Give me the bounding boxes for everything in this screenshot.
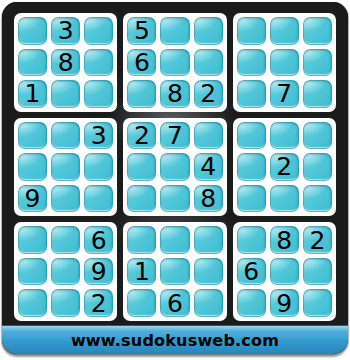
cell-r4c7[interactable] <box>237 122 266 150</box>
cell-r5c6[interactable]: 4 <box>194 153 223 181</box>
cell-r2c1[interactable] <box>18 49 47 77</box>
cell-r4c1[interactable] <box>18 122 47 150</box>
cell-r3c2[interactable] <box>51 80 80 108</box>
cell-r4c5[interactable]: 7 <box>160 122 189 150</box>
cell-r4c4[interactable]: 2 <box>127 122 156 150</box>
cell-r9c2[interactable] <box>51 289 80 317</box>
cell-r3c6[interactable]: 2 <box>194 80 223 108</box>
cell-r1c6[interactable] <box>194 17 223 45</box>
cell-r7c4[interactable] <box>127 226 156 254</box>
cell-r6c7[interactable] <box>237 185 266 213</box>
cell-r5c8[interactable]: 2 <box>270 153 299 181</box>
cell-r1c5[interactable] <box>160 17 189 45</box>
cell-r1c7[interactable] <box>237 17 266 45</box>
cell-r5c2[interactable] <box>51 153 80 181</box>
box-1-2: 5682 <box>123 13 226 112</box>
cell-r8c3[interactable]: 9 <box>84 258 113 286</box>
cell-r2c8[interactable] <box>270 49 299 77</box>
cell-r9c3[interactable]: 2 <box>84 289 113 317</box>
box-2-3: 2 <box>233 118 336 217</box>
cell-r1c3[interactable] <box>84 17 113 45</box>
cell-r3c7[interactable] <box>237 80 266 108</box>
cell-r2c2[interactable]: 8 <box>51 49 80 77</box>
cell-r3c1[interactable]: 1 <box>18 80 47 108</box>
site-url: www.sudokusweb.com <box>71 331 279 350</box>
cell-r4c2[interactable] <box>51 122 80 150</box>
cell-r2c3[interactable] <box>84 49 113 77</box>
cell-r2c6[interactable] <box>194 49 223 77</box>
cell-r3c5[interactable]: 8 <box>160 80 189 108</box>
footer-bar: www.sudokusweb.com <box>2 325 348 354</box>
cell-r7c8[interactable]: 8 <box>270 226 299 254</box>
cell-r4c9[interactable] <box>303 122 332 150</box>
cell-r6c4[interactable] <box>127 185 156 213</box>
cell-r6c6[interactable]: 8 <box>194 185 223 213</box>
cell-r8c1[interactable] <box>18 258 47 286</box>
cell-r8c9[interactable] <box>303 258 332 286</box>
cell-r3c9[interactable] <box>303 80 332 108</box>
cell-r1c9[interactable] <box>303 17 332 45</box>
cell-r9c4[interactable] <box>127 289 156 317</box>
cell-r2c9[interactable] <box>303 49 332 77</box>
cell-r7c2[interactable] <box>51 226 80 254</box>
cell-r1c8[interactable] <box>270 17 299 45</box>
cell-r8c8[interactable] <box>270 258 299 286</box>
cell-r7c9[interactable]: 2 <box>303 226 332 254</box>
cell-r8c5[interactable] <box>160 258 189 286</box>
cell-r5c3[interactable] <box>84 153 113 181</box>
cell-r7c3[interactable]: 6 <box>84 226 113 254</box>
cell-r4c8[interactable] <box>270 122 299 150</box>
cell-r3c8[interactable]: 7 <box>270 80 299 108</box>
cell-r9c1[interactable] <box>18 289 47 317</box>
cell-r5c5[interactable] <box>160 153 189 181</box>
box-1-3: 7 <box>233 13 336 112</box>
sudoku-board: 381568273927482692168269 <box>2 2 348 325</box>
cell-r5c4[interactable] <box>127 153 156 181</box>
cell-r9c9[interactable] <box>303 289 332 317</box>
cell-r4c3[interactable]: 3 <box>84 122 113 150</box>
cell-r2c4[interactable]: 6 <box>127 49 156 77</box>
cell-r7c5[interactable] <box>160 226 189 254</box>
cell-r1c1[interactable] <box>18 17 47 45</box>
cell-r6c1[interactable]: 9 <box>18 185 47 213</box>
cell-r6c5[interactable] <box>160 185 189 213</box>
cell-r5c9[interactable] <box>303 153 332 181</box>
cell-r4c6[interactable] <box>194 122 223 150</box>
cell-r8c6[interactable] <box>194 258 223 286</box>
cell-r1c4[interactable]: 5 <box>127 17 156 45</box>
cell-r2c7[interactable] <box>237 49 266 77</box>
cell-r7c6[interactable] <box>194 226 223 254</box>
cell-r6c3[interactable] <box>84 185 113 213</box>
cell-r3c3[interactable] <box>84 80 113 108</box>
cell-r9c7[interactable] <box>237 289 266 317</box>
box-3-1: 692 <box>14 222 117 321</box>
cell-r6c2[interactable] <box>51 185 80 213</box>
cell-r9c6[interactable] <box>194 289 223 317</box>
cell-r6c8[interactable] <box>270 185 299 213</box>
cell-r5c7[interactable] <box>237 153 266 181</box>
cell-r6c9[interactable] <box>303 185 332 213</box>
cell-r7c1[interactable] <box>18 226 47 254</box>
cell-r9c5[interactable]: 6 <box>160 289 189 317</box>
cell-r8c4[interactable]: 1 <box>127 258 156 286</box>
sudoku-widget: 381568273927482692168269 www.sudokusweb.… <box>2 2 348 354</box>
page: 381568273927482692168269 www.sudokusweb.… <box>0 0 350 360</box>
cell-r2c5[interactable] <box>160 49 189 77</box>
cell-r5c1[interactable] <box>18 153 47 181</box>
cell-r8c2[interactable] <box>51 258 80 286</box>
cell-r8c7[interactable]: 6 <box>237 258 266 286</box>
box-1-1: 381 <box>14 13 117 112</box>
box-3-2: 16 <box>123 222 226 321</box>
cell-r3c4[interactable] <box>127 80 156 108</box>
box-2-1: 39 <box>14 118 117 217</box>
box-2-2: 2748 <box>123 118 226 217</box>
cell-r7c7[interactable] <box>237 226 266 254</box>
cell-r9c8[interactable]: 9 <box>270 289 299 317</box>
cell-r1c2[interactable]: 3 <box>51 17 80 45</box>
box-3-3: 8269 <box>233 222 336 321</box>
